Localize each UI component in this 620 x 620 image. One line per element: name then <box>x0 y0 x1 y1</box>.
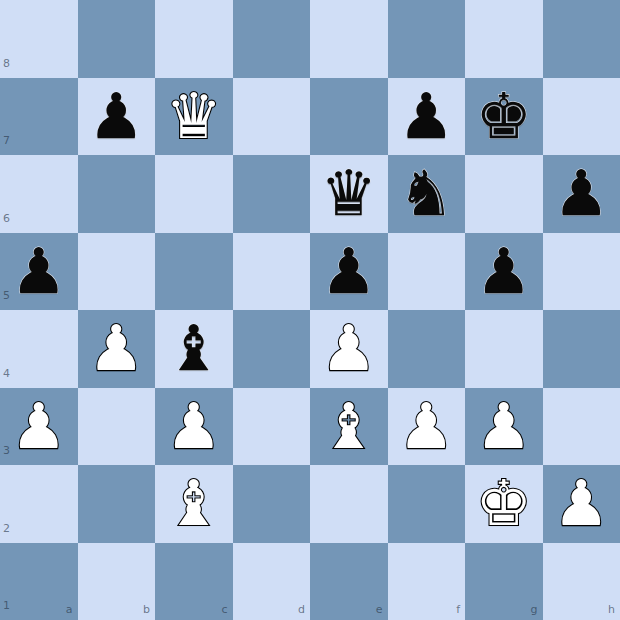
square-d4[interactable] <box>233 310 311 388</box>
square-d6[interactable] <box>233 155 311 233</box>
square-f2[interactable] <box>388 465 466 543</box>
square-h3[interactable] <box>543 388 620 466</box>
square-e3[interactable]: ♝ <box>310 388 388 466</box>
square-g3[interactable]: ♟ <box>465 388 543 466</box>
piece-white-pawn-b4[interactable]: ♟ <box>88 310 144 387</box>
piece-white-pawn-h2[interactable]: ♟ <box>553 465 609 542</box>
piece-white-pawn-c3[interactable]: ♟ <box>166 388 222 465</box>
square-c7[interactable]: ♛ <box>155 78 233 156</box>
piece-black-pawn-a5[interactable]: ♟ <box>11 233 67 310</box>
piece-white-pawn-f3[interactable]: ♟ <box>398 388 454 465</box>
piece-white-pawn-a3[interactable]: ♟ <box>11 388 67 465</box>
square-g1[interactable]: g <box>465 543 543 620</box>
square-g7[interactable]: ♚ <box>465 78 543 156</box>
piece-black-bishop-c4[interactable]: ♝ <box>166 310 222 387</box>
square-h2[interactable]: ♟ <box>543 465 620 543</box>
piece-white-bishop-c2[interactable]: ♝ <box>166 465 222 542</box>
square-h8[interactable] <box>543 0 620 78</box>
square-c4[interactable]: ♝ <box>155 310 233 388</box>
square-g4[interactable] <box>465 310 543 388</box>
square-b1[interactable]: b <box>78 543 156 620</box>
square-c3[interactable]: ♟ <box>155 388 233 466</box>
piece-black-pawn-g5[interactable]: ♟ <box>476 233 532 310</box>
square-f8[interactable] <box>388 0 466 78</box>
square-b3[interactable] <box>78 388 156 466</box>
square-e5[interactable]: ♟ <box>310 233 388 311</box>
piece-white-king-g2[interactable]: ♚ <box>476 465 532 542</box>
square-c1[interactable]: c <box>155 543 233 620</box>
piece-black-pawn-e5[interactable]: ♟ <box>321 233 377 310</box>
square-f6[interactable]: ♞ <box>388 155 466 233</box>
square-a5[interactable]: 5♟ <box>0 233 78 311</box>
square-h6[interactable]: ♟ <box>543 155 620 233</box>
square-b5[interactable] <box>78 233 156 311</box>
piece-black-pawn-f7[interactable]: ♟ <box>398 78 454 155</box>
square-b4[interactable]: ♟ <box>78 310 156 388</box>
square-a6[interactable]: 6 <box>0 155 78 233</box>
square-f5[interactable] <box>388 233 466 311</box>
file-label-g: g <box>531 604 538 615</box>
square-h5[interactable] <box>543 233 620 311</box>
square-e4[interactable]: ♟ <box>310 310 388 388</box>
square-g5[interactable]: ♟ <box>465 233 543 311</box>
chess-board: 87♟♛♟♚6♛♞♟5♟♟♟4♟♝♟3♟♟♝♟♟2♝♚♟1abcdefgh <box>0 0 620 620</box>
piece-black-knight-f6[interactable]: ♞ <box>398 155 454 232</box>
square-d2[interactable] <box>233 465 311 543</box>
square-f7[interactable]: ♟ <box>388 78 466 156</box>
rank-label-7: 7 <box>3 135 10 146</box>
rank-label-5: 5 <box>3 290 10 301</box>
piece-white-pawn-e4[interactable]: ♟ <box>321 310 377 387</box>
piece-black-queen-e6[interactable]: ♛ <box>321 155 377 232</box>
piece-white-bishop-e3[interactable]: ♝ <box>321 388 377 465</box>
square-g2[interactable]: ♚ <box>465 465 543 543</box>
square-b8[interactable] <box>78 0 156 78</box>
square-d3[interactable] <box>233 388 311 466</box>
square-b6[interactable] <box>78 155 156 233</box>
rank-label-1: 1 <box>3 600 10 611</box>
square-g6[interactable] <box>465 155 543 233</box>
square-e2[interactable] <box>310 465 388 543</box>
square-d5[interactable] <box>233 233 311 311</box>
file-label-d: d <box>298 604 305 615</box>
file-label-c: c <box>221 604 227 615</box>
square-a4[interactable]: 4 <box>0 310 78 388</box>
square-h1[interactable]: h <box>543 543 620 620</box>
square-f4[interactable] <box>388 310 466 388</box>
piece-black-pawn-b7[interactable]: ♟ <box>88 78 144 155</box>
file-label-f: f <box>456 604 460 615</box>
square-a2[interactable]: 2 <box>0 465 78 543</box>
square-e8[interactable] <box>310 0 388 78</box>
square-c8[interactable] <box>155 0 233 78</box>
square-a8[interactable]: 8 <box>0 0 78 78</box>
piece-black-king-g7[interactable]: ♚ <box>476 78 532 155</box>
piece-black-pawn-h6[interactable]: ♟ <box>553 155 609 232</box>
square-d1[interactable]: d <box>233 543 311 620</box>
rank-label-6: 6 <box>3 213 10 224</box>
square-a3[interactable]: 3♟ <box>0 388 78 466</box>
file-label-e: e <box>376 604 383 615</box>
rank-label-8: 8 <box>3 58 10 69</box>
rank-label-2: 2 <box>3 523 10 534</box>
piece-white-queen-c7[interactable]: ♛ <box>166 78 222 155</box>
square-c2[interactable]: ♝ <box>155 465 233 543</box>
rank-label-4: 4 <box>3 368 10 379</box>
square-f3[interactable]: ♟ <box>388 388 466 466</box>
square-a7[interactable]: 7 <box>0 78 78 156</box>
square-e6[interactable]: ♛ <box>310 155 388 233</box>
square-c5[interactable] <box>155 233 233 311</box>
square-e1[interactable]: e <box>310 543 388 620</box>
square-d8[interactable] <box>233 0 311 78</box>
square-f1[interactable]: f <box>388 543 466 620</box>
square-e7[interactable] <box>310 78 388 156</box>
file-label-a: a <box>66 604 73 615</box>
square-h7[interactable] <box>543 78 620 156</box>
square-g8[interactable] <box>465 0 543 78</box>
rank-label-3: 3 <box>3 445 10 456</box>
square-d7[interactable] <box>233 78 311 156</box>
square-c6[interactable] <box>155 155 233 233</box>
file-label-h: h <box>608 604 615 615</box>
square-b7[interactable]: ♟ <box>78 78 156 156</box>
square-h4[interactable] <box>543 310 620 388</box>
piece-white-pawn-g3[interactable]: ♟ <box>476 388 532 465</box>
square-a1[interactable]: 1a <box>0 543 78 620</box>
file-label-b: b <box>143 604 150 615</box>
square-b2[interactable] <box>78 465 156 543</box>
